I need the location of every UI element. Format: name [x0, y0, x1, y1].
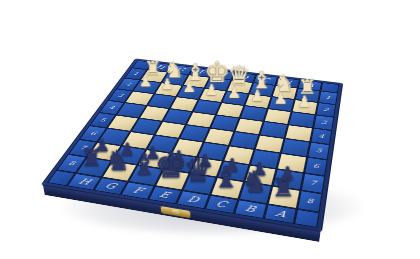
rank-label-right-4: 4: [318, 133, 324, 139]
border-right-rank-3: 3: [313, 115, 334, 131]
rank-label-right-2: 2: [323, 107, 329, 112]
piece-glyph: ♟: [139, 75, 152, 90]
white-pawn-e2[interactable]: ♟: [200, 83, 223, 98]
rank-label-left-4: 4: [108, 105, 116, 110]
piece-glyph: ♝: [131, 150, 157, 179]
rank-label-right-5: 5: [315, 148, 322, 154]
piece-glyph: ♜: [81, 146, 103, 170]
white-pawn-f2[interactable]: ♟: [178, 80, 201, 95]
square-b5[interactable]: [255, 135, 285, 153]
rank-label-left-5: 5: [99, 118, 107, 123]
rank-label-right-3: 3: [321, 120, 327, 125]
file-label-bottom-E: E: [158, 190, 172, 199]
product-photo: HHGGFFEEDDCCBBAA1122334455667788♜♞♝♚♛♝♞♜…: [0, 0, 420, 259]
file-label-bottom-B: B: [244, 204, 258, 214]
blue-rook-h8[interactable]: ♜: [78, 146, 106, 170]
rank-label-left-8: 8: [67, 160, 76, 166]
square-a5[interactable]: [281, 138, 311, 157]
white-pawn-b2[interactable]: ♟: [269, 91, 293, 106]
blue-queen-d8[interactable]: ♛: [184, 154, 213, 187]
piece-glyph: ♟: [274, 91, 288, 106]
white-pawn-h2[interactable]: ♟: [134, 75, 157, 90]
blue-bishop-c8[interactable]: ♝: [212, 162, 241, 192]
piece-glyph: ♛: [183, 154, 213, 187]
rank-label-left-3: 3: [117, 93, 125, 98]
piece-glyph: ♟: [250, 89, 264, 104]
rank-label-right-1: 1: [325, 95, 331, 100]
piece-glyph: ♚: [155, 147, 187, 183]
rank-label-right-7: 7: [310, 180, 317, 187]
piece-glyph: ♜: [272, 175, 295, 201]
piece-glyph: ♟: [161, 77, 174, 92]
piece-glyph: ♟: [298, 94, 312, 109]
file-label-bottom-H: H: [76, 177, 93, 186]
piece-glyph: ♟: [205, 83, 218, 98]
rank-label-right-8: 8: [306, 198, 314, 205]
blue-rook-a8[interactable]: ♜: [269, 175, 298, 201]
square-a4[interactable]: [285, 125, 313, 142]
blue-knight-g8[interactable]: ♞: [104, 147, 132, 175]
blue-knight-b8[interactable]: ♞: [240, 167, 269, 196]
piece-glyph: ♟: [228, 86, 241, 101]
piece-glyph: ♟: [183, 80, 196, 95]
piece-glyph: ♝: [213, 162, 240, 192]
blue-king-e8[interactable]: ♚: [157, 147, 185, 183]
file-label-bottom-F: F: [131, 186, 145, 195]
white-pawn-d2[interactable]: ♟: [223, 86, 246, 101]
file-label-bottom-G: G: [103, 182, 119, 191]
piece-glyph: ♞: [241, 167, 267, 196]
file-label-bottom-A: A: [274, 209, 287, 219]
rank-label-right-6: 6: [313, 163, 320, 169]
white-pawn-g2[interactable]: ♟: [156, 77, 179, 92]
white-pawn-a2[interactable]: ♟: [292, 94, 316, 109]
square-c5[interactable]: [229, 131, 259, 149]
rank-label-left-2: 2: [125, 82, 132, 86]
file-label-bottom-C: C: [214, 199, 228, 209]
file-label-bottom-D: D: [186, 195, 201, 205]
white-pawn-c2[interactable]: ♟: [245, 89, 269, 104]
piece-glyph: ♞: [105, 147, 130, 175]
border-right-rank-8: 8: [297, 190, 323, 212]
